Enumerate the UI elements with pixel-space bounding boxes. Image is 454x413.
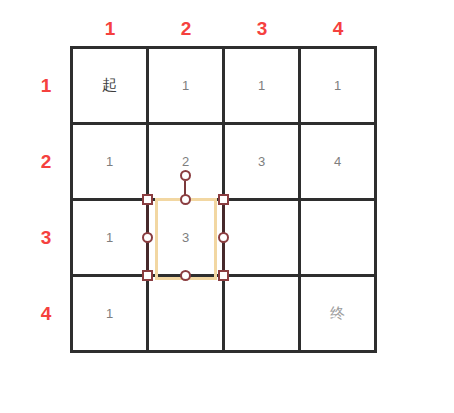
resize-handle-top-left[interactable]	[142, 194, 153, 205]
cell-r1c4[interactable]: 1	[301, 49, 374, 122]
cell-r4c3[interactable]	[225, 277, 298, 350]
resize-handle-bottom-right[interactable]	[218, 270, 229, 281]
cell-r2c1[interactable]: 1	[73, 125, 146, 198]
cell-r1c2[interactable]: 1	[149, 49, 222, 122]
drawing-canvas: 1 2 3 4 1 2 3 4 起 1 1 1 1 2 3 4 1 3 1 终	[0, 0, 454, 413]
column-label-2: 2	[169, 16, 203, 42]
row-label-4: 4	[29, 301, 63, 327]
column-label-3: 3	[245, 16, 279, 42]
cell-r3c1[interactable]: 1	[73, 201, 146, 274]
resize-handle-right-middle[interactable]	[218, 232, 229, 243]
resize-handle-left-middle[interactable]	[142, 232, 153, 243]
resize-handle-bottom-middle[interactable]	[180, 270, 191, 281]
cell-r1c1-start[interactable]: 起	[73, 49, 146, 122]
rotation-handle[interactable]	[180, 170, 191, 181]
cell-r3c4[interactable]	[301, 201, 374, 274]
cell-r2c4[interactable]: 4	[301, 125, 374, 198]
cell-r1c3[interactable]: 1	[225, 49, 298, 122]
cell-r2c3[interactable]: 3	[225, 125, 298, 198]
cell-r4c1[interactable]: 1	[73, 277, 146, 350]
row-label-3: 3	[29, 225, 63, 251]
resize-handle-top-right[interactable]	[218, 194, 229, 205]
cell-r4c2[interactable]	[149, 277, 222, 350]
row-label-1: 1	[29, 73, 63, 99]
column-label-4: 4	[321, 16, 355, 42]
cell-r3c3[interactable]	[225, 201, 298, 274]
row-label-2: 2	[29, 149, 63, 175]
column-label-1: 1	[93, 16, 127, 42]
resize-handle-top-middle[interactable]	[180, 194, 191, 205]
selection-box[interactable]	[155, 198, 217, 280]
cell-r4c4-end[interactable]: 终	[301, 277, 374, 350]
resize-handle-bottom-left[interactable]	[142, 270, 153, 281]
